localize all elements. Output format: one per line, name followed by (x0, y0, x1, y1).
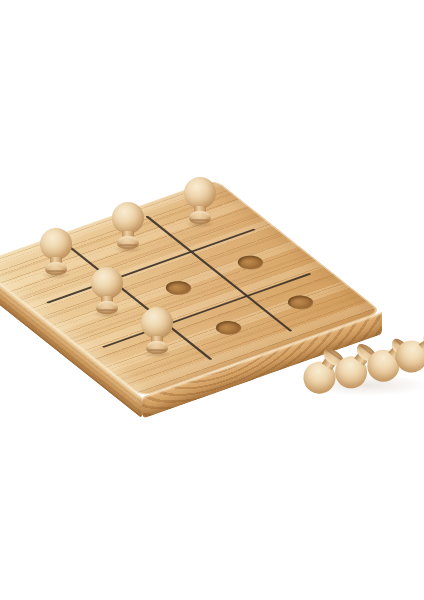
peg-head (112, 202, 144, 234)
peg-base (189, 211, 211, 224)
peg-hole-r2-c1[interactable] (211, 318, 246, 337)
peg-head (184, 177, 216, 209)
peg-base (117, 236, 139, 249)
product-photo-stage (0, 0, 424, 600)
peg-on-board-r2-c0[interactable] (139, 307, 175, 355)
peg-base (96, 301, 118, 314)
peg-head (141, 307, 173, 339)
peg-head (40, 228, 72, 260)
peg-head (91, 267, 123, 299)
peg-hole-r1-c1[interactable] (161, 279, 196, 298)
peg-on-board-r0-c1[interactable] (110, 202, 146, 250)
peg-hole-r2-c2[interactable] (283, 293, 318, 312)
peg-on-board-r0-c0[interactable] (38, 228, 74, 276)
peg-base (146, 341, 168, 354)
peg-on-board-r0-c2[interactable] (182, 177, 218, 225)
peg-hole-r1-c2[interactable] (233, 253, 268, 272)
peg-base (45, 262, 67, 275)
peg-on-board-r1-c0[interactable] (89, 267, 125, 315)
